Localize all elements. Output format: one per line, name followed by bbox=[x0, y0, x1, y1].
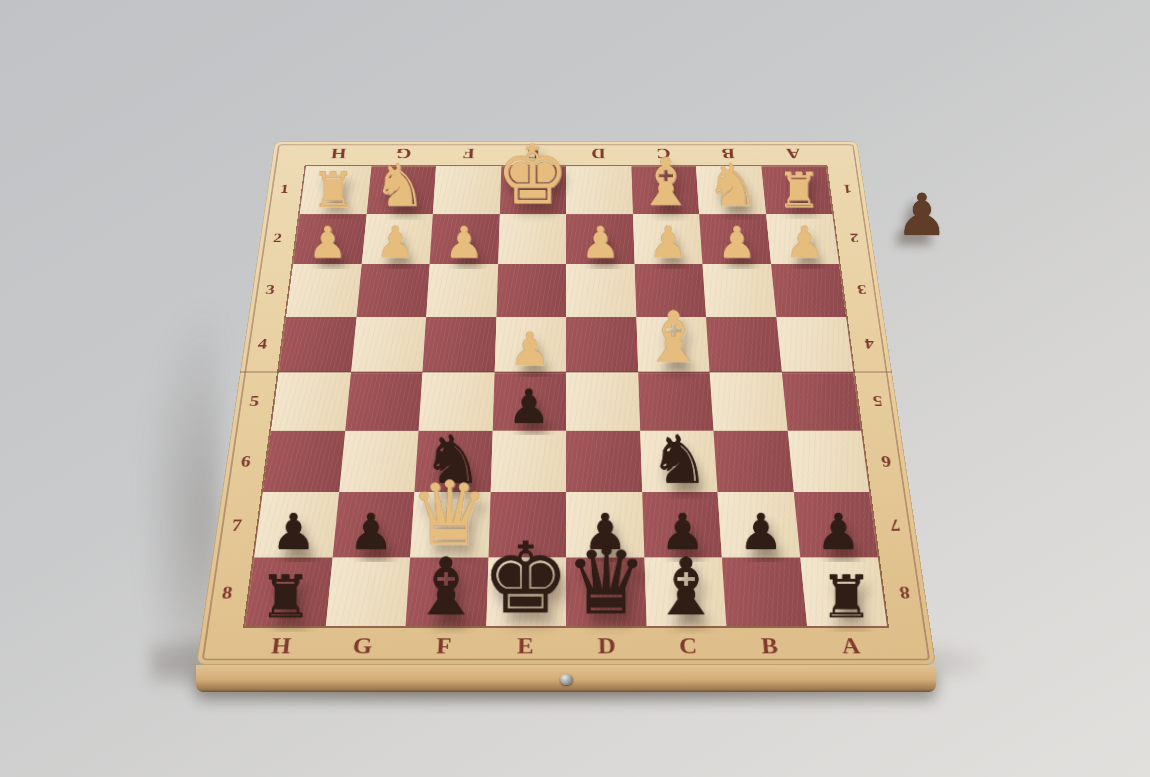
rank-label-8: 8 bbox=[880, 558, 931, 627]
white-pawn-b2[interactable]: ♟ bbox=[717, 222, 756, 263]
white-pawn-d2[interactable]: ♟ bbox=[581, 222, 620, 263]
rank-label-6: 6 bbox=[222, 431, 269, 493]
square-g4[interactable] bbox=[351, 317, 426, 372]
file-label-f: F bbox=[435, 141, 501, 165]
file-label-b: B bbox=[728, 628, 812, 665]
black-pawn-h7[interactable]: ♟ bbox=[271, 509, 316, 556]
rank-label-7: 7 bbox=[871, 493, 920, 559]
rank-label-2: 2 bbox=[834, 213, 876, 263]
square-b4[interactable] bbox=[706, 317, 781, 372]
fold-seam bbox=[240, 371, 892, 372]
square-f8[interactable]: ♝ bbox=[406, 557, 488, 626]
square-b1[interactable]: ♞ bbox=[696, 166, 766, 214]
square-d3[interactable] bbox=[566, 264, 636, 317]
chess-board: HGFEDCBA 12345678 12345678 HGFEDCBA ♜♞♚♝… bbox=[196, 141, 936, 665]
square-e2[interactable] bbox=[498, 214, 566, 264]
white-bishop-c4[interactable]: ♝ bbox=[642, 304, 705, 371]
square-d8[interactable]: ♛ bbox=[566, 557, 646, 626]
black-bishop-f8[interactable]: ♝ bbox=[410, 550, 481, 625]
square-g7[interactable]: ♟ bbox=[332, 492, 414, 557]
square-a3[interactable] bbox=[771, 264, 846, 317]
rank-label-1: 1 bbox=[827, 165, 868, 213]
file-label-d: D bbox=[566, 628, 648, 665]
square-a5[interactable] bbox=[781, 372, 861, 430]
file-label-g: G bbox=[370, 141, 437, 165]
white-pawn-c2[interactable]: ♟ bbox=[649, 222, 688, 263]
file-label-h: H bbox=[305, 141, 373, 165]
photo-background: HGFEDCBA 12345678 12345678 HGFEDCBA ♜♞♚♝… bbox=[0, 0, 1150, 777]
file-label-h: H bbox=[238, 628, 324, 665]
square-h5[interactable] bbox=[271, 372, 351, 430]
square-e4[interactable]: ♟ bbox=[494, 317, 566, 372]
rank-label-5: 5 bbox=[855, 372, 901, 431]
square-f1[interactable] bbox=[433, 166, 501, 214]
square-g2[interactable]: ♟ bbox=[361, 214, 433, 264]
square-d6[interactable] bbox=[566, 430, 642, 492]
white-pawn-h2[interactable]: ♟ bbox=[308, 222, 347, 263]
black-pawn-a7[interactable]: ♟ bbox=[816, 509, 861, 556]
white-pawn-e4[interactable]: ♟ bbox=[510, 328, 551, 371]
square-a8[interactable]: ♜ bbox=[800, 557, 887, 626]
square-d1[interactable] bbox=[566, 166, 633, 214]
square-c1[interactable]: ♝ bbox=[631, 166, 699, 214]
file-label-c: C bbox=[647, 628, 730, 665]
black-queen-d8[interactable]: ♛ bbox=[565, 538, 647, 625]
square-f4[interactable] bbox=[422, 317, 496, 372]
file-label-e: E bbox=[484, 628, 566, 665]
black-pawn-b7[interactable]: ♟ bbox=[738, 509, 783, 556]
black-rook-a8[interactable]: ♜ bbox=[820, 569, 873, 625]
square-e5[interactable]: ♟ bbox=[492, 372, 566, 430]
square-b3[interactable] bbox=[702, 264, 775, 317]
square-f3[interactable] bbox=[426, 264, 498, 317]
square-c8[interactable]: ♝ bbox=[644, 557, 726, 626]
white-rook-a1[interactable]: ♜ bbox=[777, 167, 821, 214]
square-b2[interactable]: ♟ bbox=[699, 214, 771, 264]
playing-area: ♜♞♚♝♞♜♟♟♟♟♟♟♟♟♝♟♞♞♟♟♛♟♟♟♟♜♝♚♛♝♜ bbox=[243, 165, 889, 628]
square-a4[interactable] bbox=[776, 317, 853, 372]
board-grid: ♜♞♚♝♞♜♟♟♟♟♟♟♟♟♝♟♞♞♟♟♛♟♟♟♟♜♝♚♛♝♜ bbox=[245, 166, 887, 626]
captured-black-pawn[interactable]: ♟ bbox=[896, 186, 948, 244]
square-h1[interactable]: ♜ bbox=[300, 166, 371, 214]
black-bishop-c8[interactable]: ♝ bbox=[651, 550, 722, 625]
square-g3[interactable] bbox=[356, 264, 429, 317]
square-h4[interactable] bbox=[279, 317, 356, 372]
rank-label-6: 6 bbox=[863, 431, 910, 493]
white-pawn-f2[interactable]: ♟ bbox=[444, 222, 483, 263]
file-label-c: C bbox=[631, 141, 697, 165]
black-pawn-e5[interactable]: ♟ bbox=[508, 385, 550, 430]
file-label-f: F bbox=[402, 628, 485, 665]
rank-label-4: 4 bbox=[848, 316, 892, 372]
square-b7[interactable]: ♟ bbox=[718, 492, 800, 557]
square-e8[interactable]: ♚ bbox=[486, 557, 566, 626]
square-e1[interactable]: ♚ bbox=[499, 166, 566, 214]
square-b5[interactable] bbox=[710, 372, 788, 430]
square-e3[interactable] bbox=[496, 264, 566, 317]
square-g5[interactable] bbox=[345, 372, 423, 430]
square-d4[interactable] bbox=[566, 317, 638, 372]
square-a1[interactable]: ♜ bbox=[761, 166, 832, 214]
square-h2[interactable]: ♟ bbox=[293, 214, 366, 264]
white-rook-h1[interactable]: ♜ bbox=[311, 167, 355, 214]
white-pawn-a2[interactable]: ♟ bbox=[785, 222, 824, 263]
black-pawn-g7[interactable]: ♟ bbox=[349, 509, 394, 556]
scene-3d: HGFEDCBA 12345678 12345678 HGFEDCBA ♜♞♚♝… bbox=[196, 0, 936, 665]
square-b6[interactable] bbox=[713, 430, 793, 492]
file-label-a: A bbox=[760, 141, 828, 165]
square-a7[interactable]: ♟ bbox=[793, 492, 877, 557]
square-h3[interactable] bbox=[286, 264, 361, 317]
file-labels-far: HGFEDCBA bbox=[305, 141, 828, 165]
rank-label-3: 3 bbox=[840, 263, 883, 316]
black-king-e8[interactable]: ♚ bbox=[482, 532, 570, 625]
file-label-b: B bbox=[695, 141, 762, 165]
file-label-e: E bbox=[501, 141, 566, 165]
square-c4[interactable]: ♝ bbox=[636, 317, 710, 372]
square-h8[interactable]: ♜ bbox=[245, 557, 332, 626]
square-b8[interactable] bbox=[722, 557, 807, 626]
square-h7[interactable]: ♟ bbox=[254, 492, 338, 557]
square-h6[interactable] bbox=[263, 430, 345, 492]
square-d2[interactable]: ♟ bbox=[566, 214, 634, 264]
square-g1[interactable]: ♞ bbox=[366, 166, 436, 214]
file-label-g: G bbox=[320, 628, 404, 665]
square-d5[interactable] bbox=[566, 372, 640, 430]
square-g8[interactable] bbox=[325, 557, 410, 626]
clasp-screw bbox=[560, 674, 573, 685]
file-labels-near: HGFEDCBA bbox=[238, 628, 894, 665]
square-a2[interactable]: ♟ bbox=[766, 214, 839, 264]
square-f2[interactable]: ♟ bbox=[430, 214, 500, 264]
white-pawn-g2[interactable]: ♟ bbox=[376, 222, 415, 263]
square-c6[interactable]: ♞ bbox=[640, 430, 718, 492]
square-g6[interactable] bbox=[339, 430, 419, 492]
square-a6[interactable] bbox=[787, 430, 869, 492]
white-knight-g1[interactable]: ♞ bbox=[373, 158, 426, 214]
file-label-d: D bbox=[566, 141, 631, 165]
white-knight-b1[interactable]: ♞ bbox=[706, 158, 759, 214]
file-label-a: A bbox=[808, 628, 894, 665]
black-knight-c6[interactable]: ♞ bbox=[650, 428, 710, 492]
black-rook-h8[interactable]: ♜ bbox=[259, 569, 312, 625]
square-c2[interactable]: ♟ bbox=[633, 214, 703, 264]
square-e6[interactable] bbox=[490, 430, 566, 492]
board-front-edge bbox=[196, 665, 936, 692]
